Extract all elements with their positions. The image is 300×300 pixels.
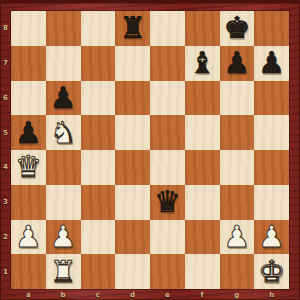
file-label-c: c	[81, 289, 116, 300]
square-f7[interactable]: ♝	[185, 46, 220, 81]
rank-label-1: 1	[0, 254, 11, 289]
piece-black-rook[interactable]: ♜	[115, 11, 150, 46]
square-f4[interactable]	[185, 150, 220, 185]
square-g1[interactable]	[220, 254, 255, 289]
square-c4[interactable]	[81, 150, 116, 185]
square-a1[interactable]	[11, 254, 46, 289]
square-b2[interactable]: ♟	[46, 220, 81, 255]
chess-board-frame: ♜♚♝♟♟♟♟♞♛♛♟♟♟♟♜♚ 87654321 abcdefgh	[0, 0, 300, 300]
square-f5[interactable]	[185, 115, 220, 150]
piece-white-pawn[interactable]: ♟	[46, 220, 81, 255]
square-a7[interactable]	[11, 46, 46, 81]
piece-black-pawn[interactable]: ♟	[254, 46, 289, 81]
rank-label-5: 5	[0, 115, 11, 150]
square-e8[interactable]	[150, 11, 185, 46]
rank-label-4: 4	[0, 150, 11, 185]
square-g3[interactable]	[220, 185, 255, 220]
piece-white-pawn[interactable]: ♟	[254, 220, 289, 255]
square-h2[interactable]: ♟	[254, 220, 289, 255]
square-d5[interactable]	[115, 115, 150, 150]
square-f8[interactable]	[185, 11, 220, 46]
chess-board: ♜♚♝♟♟♟♟♞♛♛♟♟♟♟♜♚	[11, 11, 289, 289]
file-label-a: a	[11, 289, 46, 300]
square-b7[interactable]	[46, 46, 81, 81]
square-c1[interactable]	[81, 254, 116, 289]
square-d2[interactable]	[115, 220, 150, 255]
rank-label-6: 6	[0, 81, 11, 116]
square-d8[interactable]: ♜	[115, 11, 150, 46]
square-e5[interactable]	[150, 115, 185, 150]
square-h8[interactable]	[254, 11, 289, 46]
square-e3[interactable]: ♛	[150, 185, 185, 220]
rank-label-2: 2	[0, 220, 11, 255]
square-f3[interactable]	[185, 185, 220, 220]
square-h1[interactable]: ♚	[254, 254, 289, 289]
square-h3[interactable]	[254, 185, 289, 220]
square-a4[interactable]: ♛	[11, 150, 46, 185]
piece-white-queen[interactable]: ♛	[11, 150, 46, 185]
piece-black-pawn[interactable]: ♟	[11, 115, 46, 150]
square-g4[interactable]	[220, 150, 255, 185]
piece-black-bishop[interactable]: ♝	[185, 46, 220, 81]
file-label-h: h	[254, 289, 289, 300]
square-b1[interactable]: ♜	[46, 254, 81, 289]
square-c7[interactable]	[81, 46, 116, 81]
piece-white-rook[interactable]: ♜	[46, 254, 81, 289]
rank-label-3: 3	[0, 185, 11, 220]
square-g7[interactable]: ♟	[220, 46, 255, 81]
square-b3[interactable]	[46, 185, 81, 220]
square-h5[interactable]	[254, 115, 289, 150]
rank-label-8: 8	[0, 11, 11, 46]
file-label-d: d	[115, 289, 150, 300]
square-d4[interactable]	[115, 150, 150, 185]
square-d1[interactable]	[115, 254, 150, 289]
square-h7[interactable]: ♟	[254, 46, 289, 81]
file-label-f: f	[185, 289, 220, 300]
square-e4[interactable]	[150, 150, 185, 185]
piece-white-pawn[interactable]: ♟	[220, 220, 255, 255]
file-label-g: g	[220, 289, 255, 300]
square-b4[interactable]	[46, 150, 81, 185]
square-e2[interactable]	[150, 220, 185, 255]
square-c6[interactable]	[81, 81, 116, 116]
piece-black-king[interactable]: ♚	[220, 11, 255, 46]
square-a6[interactable]	[11, 81, 46, 116]
file-label-b: b	[46, 289, 81, 300]
square-b5[interactable]: ♞	[46, 115, 81, 150]
square-g6[interactable]	[220, 81, 255, 116]
square-c3[interactable]	[81, 185, 116, 220]
square-e6[interactable]	[150, 81, 185, 116]
square-a5[interactable]: ♟	[11, 115, 46, 150]
square-c2[interactable]	[81, 220, 116, 255]
square-d6[interactable]	[115, 81, 150, 116]
square-g8[interactable]: ♚	[220, 11, 255, 46]
square-g2[interactable]: ♟	[220, 220, 255, 255]
square-f2[interactable]	[185, 220, 220, 255]
square-f6[interactable]	[185, 81, 220, 116]
square-a8[interactable]	[11, 11, 46, 46]
square-e1[interactable]	[150, 254, 185, 289]
square-g5[interactable]	[220, 115, 255, 150]
square-c5[interactable]	[81, 115, 116, 150]
square-b8[interactable]	[46, 11, 81, 46]
square-f1[interactable]	[185, 254, 220, 289]
square-d7[interactable]	[115, 46, 150, 81]
square-d3[interactable]	[115, 185, 150, 220]
file-label-e: e	[150, 289, 185, 300]
square-a3[interactable]	[11, 185, 46, 220]
rank-label-7: 7	[0, 46, 11, 81]
piece-black-pawn[interactable]: ♟	[46, 81, 81, 116]
square-a2[interactable]: ♟	[11, 220, 46, 255]
square-h6[interactable]	[254, 81, 289, 116]
piece-black-pawn[interactable]: ♟	[220, 46, 255, 81]
square-h4[interactable]	[254, 150, 289, 185]
piece-white-pawn[interactable]: ♟	[11, 220, 46, 255]
piece-black-queen[interactable]: ♛	[150, 185, 185, 220]
piece-white-knight[interactable]: ♞	[46, 115, 81, 150]
square-e7[interactable]	[150, 46, 185, 81]
piece-white-king[interactable]: ♚	[254, 254, 289, 289]
square-c8[interactable]	[81, 11, 116, 46]
square-b6[interactable]: ♟	[46, 81, 81, 116]
